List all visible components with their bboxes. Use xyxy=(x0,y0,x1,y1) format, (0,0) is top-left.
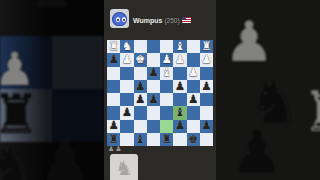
square-r3c6[interactable] xyxy=(187,80,200,93)
top-player-avatar[interactable] xyxy=(110,9,129,28)
square-r7c5[interactable] xyxy=(173,133,186,146)
square-r3c4[interactable] xyxy=(160,80,173,93)
square-r1c7[interactable]: ♟ xyxy=(200,53,213,66)
square-r3c7[interactable]: ♟ xyxy=(200,80,213,93)
square-r7c2[interactable]: ♝ xyxy=(134,133,147,146)
top-player-name: Wumpus xyxy=(133,17,162,24)
square-r6c1[interactable] xyxy=(120,120,133,133)
black-king-piece[interactable]: ♚ xyxy=(188,134,198,146)
square-r4c2[interactable]: ♟ xyxy=(134,93,147,106)
black-pawn-piece[interactable]: ♟ xyxy=(201,120,211,132)
eye-icon xyxy=(116,17,120,22)
white-pawn-piece[interactable]: ♟ xyxy=(161,54,171,66)
square-r5c2[interactable] xyxy=(134,106,147,119)
black-pawn-piece[interactable]: ♟ xyxy=(148,67,158,79)
black-pawn-piece[interactable]: ♟ xyxy=(188,94,198,106)
square-r2c5[interactable] xyxy=(173,67,186,80)
square-r1c0[interactable]: ♟ xyxy=(107,53,120,66)
square-r4c6[interactable]: ♟ xyxy=(187,93,200,106)
square-r2c1[interactable] xyxy=(120,67,133,80)
black-bishop-piece[interactable]: ♝ xyxy=(135,134,145,146)
black-bishop-piece[interactable]: ♝ xyxy=(175,107,185,119)
square-r3c1[interactable] xyxy=(120,80,133,93)
square-r3c3[interactable] xyxy=(147,80,160,93)
white-king-piece[interactable]: ♚ xyxy=(135,54,145,66)
square-r3c2[interactable]: ♟ xyxy=(134,80,147,93)
square-r2c0[interactable] xyxy=(107,67,120,80)
chess-board[interactable]: ♜♞♝♜♟♟♚♟♟♟♟♝♟♟♟♟♟♟♟♟♝♟♟♟♜♝♜♚ xyxy=(107,40,213,146)
black-pawn-piece[interactable]: ♟ xyxy=(135,81,145,93)
black-pawn-piece[interactable]: ♟ xyxy=(122,107,132,119)
square-r6c2[interactable] xyxy=(134,120,147,133)
white-pawn-piece[interactable]: ♟ xyxy=(122,54,132,66)
black-pawn-piece[interactable]: ♟ xyxy=(201,81,211,93)
captured-pawn-icon: ♟ xyxy=(115,146,121,153)
square-r2c4[interactable]: ♝ xyxy=(160,67,173,80)
square-r7c6[interactable]: ♚ xyxy=(187,133,200,146)
black-rook-piece[interactable]: ♜ xyxy=(108,134,118,146)
black-rook-piece[interactable]: ♜ xyxy=(161,134,171,146)
square-r0c6[interactable] xyxy=(187,40,200,53)
video-frame: ♜♟♜♞♟ ♟♞♜♟ Wumpus (250) ♜♞♝♜♟♟♚♟♟♟♟♝♟♟♟♟… xyxy=(0,0,320,180)
background-right-strip: ♟♞♜♟ xyxy=(216,0,320,180)
square-r0c3[interactable] xyxy=(147,40,160,53)
square-r4c4[interactable] xyxy=(160,93,173,106)
square-r6c4[interactable] xyxy=(160,120,173,133)
square-r6c6[interactable] xyxy=(187,120,200,133)
square-r2c2[interactable] xyxy=(134,67,147,80)
white-pawn-piece[interactable]: ♟ xyxy=(175,54,185,66)
black-pawn-piece[interactable]: ♟ xyxy=(108,120,118,132)
square-r6c3[interactable] xyxy=(147,120,160,133)
square-r5c1[interactable]: ♟ xyxy=(120,106,133,119)
square-r2c3[interactable]: ♟ xyxy=(147,67,160,80)
white-knight-piece[interactable]: ♞ xyxy=(122,41,132,53)
square-r5c4[interactable] xyxy=(160,106,173,119)
square-r7c1[interactable] xyxy=(120,133,133,146)
square-r5c6[interactable] xyxy=(187,106,200,119)
square-r1c2[interactable]: ♚ xyxy=(134,53,147,66)
background-left-strip: ♜♟♜♞♟ xyxy=(0,0,104,180)
black-pawn-piece[interactable]: ♟ xyxy=(175,120,185,132)
black-pawn-piece[interactable]: ♟ xyxy=(148,94,158,106)
white-pawn-piece[interactable]: ♟ xyxy=(201,54,211,66)
captured-pawn-icon: ♟ xyxy=(108,146,114,153)
knight-icon: ♞ xyxy=(115,156,133,180)
square-r7c7[interactable] xyxy=(200,133,213,146)
captured-pieces-row: ♟♟ xyxy=(108,146,122,153)
square-r7c0[interactable]: ♜ xyxy=(107,133,120,146)
square-r4c0[interactable] xyxy=(107,93,120,106)
dark-overlay xyxy=(216,0,320,180)
square-r3c5[interactable]: ♟ xyxy=(173,80,186,93)
black-pawn-piece[interactable]: ♟ xyxy=(135,94,145,106)
white-bishop-piece[interactable]: ♝ xyxy=(161,67,171,79)
white-rook-piece[interactable]: ♜ xyxy=(201,41,211,53)
black-pawn-piece[interactable]: ♟ xyxy=(175,81,185,93)
top-player-rating: (250) xyxy=(164,17,179,24)
top-player-bar: Wumpus (250) xyxy=(104,0,216,40)
square-r6c5[interactable]: ♟ xyxy=(173,120,186,133)
square-r7c4[interactable]: ♜ xyxy=(160,133,173,146)
square-r2c7[interactable] xyxy=(200,67,213,80)
bottom-player-avatar[interactable]: ♞ xyxy=(110,154,138,180)
square-r6c7[interactable]: ♟ xyxy=(200,120,213,133)
square-r3c0[interactable] xyxy=(107,80,120,93)
white-rook-piece[interactable]: ♜ xyxy=(108,41,118,53)
square-r2c6[interactable]: ♟ xyxy=(187,67,200,80)
square-r6c0[interactable]: ♟ xyxy=(107,120,120,133)
white-bishop-piece[interactable]: ♝ xyxy=(175,41,185,53)
square-r7c3[interactable] xyxy=(147,133,160,146)
square-r5c3[interactable] xyxy=(147,106,160,119)
square-r4c3[interactable]: ♟ xyxy=(147,93,160,106)
game-column: Wumpus (250) ♜♞♝♜♟♟♚♟♟♟♟♝♟♟♟♟♟♟♟♟♝♟♟♟♜♝♜… xyxy=(104,0,216,180)
eye-icon xyxy=(122,17,126,22)
white-pawn-piece[interactable]: ♟ xyxy=(188,67,198,79)
black-pawn-piece[interactable]: ♟ xyxy=(108,54,118,66)
square-r4c7[interactable] xyxy=(200,93,213,106)
square-r1c1[interactable]: ♟ xyxy=(120,53,133,66)
us-flag-icon xyxy=(182,17,191,23)
dark-overlay xyxy=(0,0,104,180)
square-r1c5[interactable]: ♟ xyxy=(173,53,186,66)
wumpus-monster-icon xyxy=(112,12,127,26)
top-player-name-row[interactable]: Wumpus (250) xyxy=(133,15,191,25)
